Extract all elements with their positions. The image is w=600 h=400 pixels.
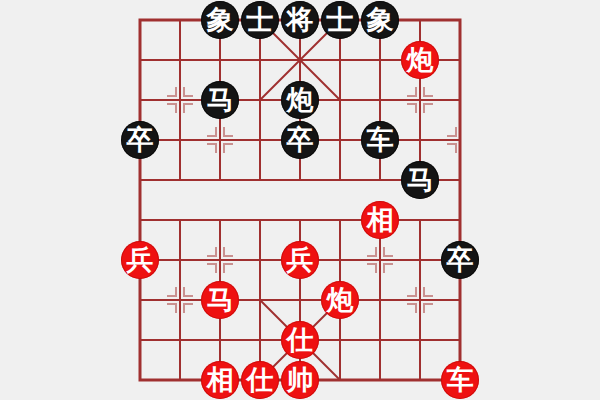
piece-red-soldier[interactable]: 兵: [121, 241, 159, 279]
piece-red-horse[interactable]: 马: [201, 281, 239, 319]
piece-red-advisor[interactable]: 仕: [281, 321, 319, 359]
piece-black-elephant[interactable]: 象: [201, 1, 239, 39]
piece-black-advisor[interactable]: 士: [241, 1, 279, 39]
piece-red-cannon[interactable]: 炮: [401, 41, 439, 79]
xiangqi-board[interactable]: 象士将士象马炮卒卒车马卒炮相兵兵马炮仕相仕帅车: [120, 0, 480, 400]
piece-black-cannon[interactable]: 炮: [281, 81, 319, 119]
piece-black-chariot[interactable]: 车: [361, 121, 399, 159]
piece-black-advisor[interactable]: 士: [321, 1, 359, 39]
piece-red-soldier[interactable]: 兵: [281, 241, 319, 279]
xiangqi-screen: 象士将士象马炮卒卒车马卒炮相兵兵马炮仕相仕帅车: [0, 0, 600, 400]
piece-red-advisor[interactable]: 仕: [241, 361, 279, 399]
piece-red-cannon[interactable]: 炮: [321, 281, 359, 319]
piece-black-general[interactable]: 将: [281, 1, 319, 39]
piece-black-horse[interactable]: 马: [201, 81, 239, 119]
piece-black-soldier[interactable]: 卒: [281, 121, 319, 159]
piece-red-general[interactable]: 帅: [281, 361, 319, 399]
piece-black-elephant[interactable]: 象: [361, 1, 399, 39]
piece-red-chariot[interactable]: 车: [441, 361, 479, 399]
piece-black-soldier[interactable]: 卒: [121, 121, 159, 159]
piece-red-elephant[interactable]: 相: [201, 361, 239, 399]
piece-black-soldier[interactable]: 卒: [441, 241, 479, 279]
piece-black-horse[interactable]: 马: [401, 161, 439, 199]
piece-red-elephant[interactable]: 相: [361, 201, 399, 239]
